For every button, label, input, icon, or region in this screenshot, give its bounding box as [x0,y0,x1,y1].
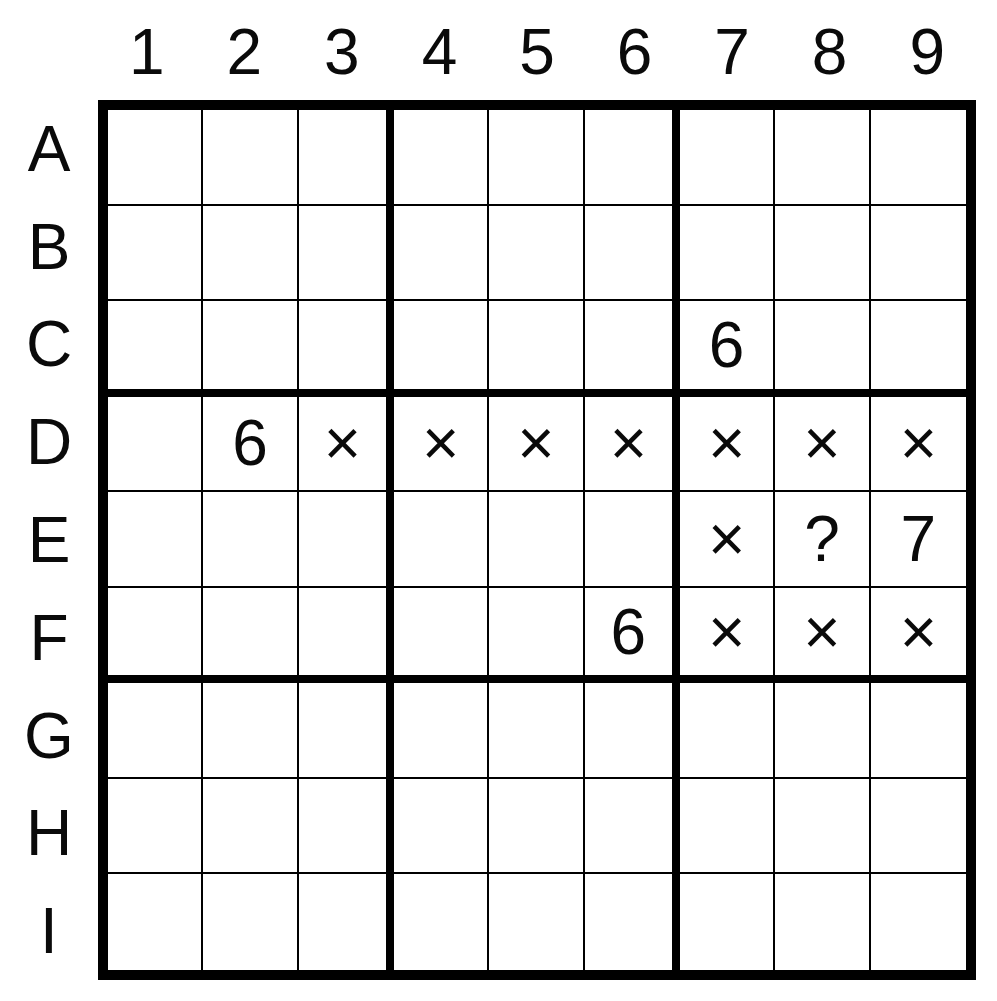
row-labels: ABCDEFGHI [0,100,98,980]
row-label-C: C [0,296,98,394]
cell-E7[interactable]: × [680,492,775,588]
cell-B3[interactable] [299,206,394,302]
col-label-1: 1 [98,0,196,100]
col-label-6: 6 [586,0,684,100]
cell-E4[interactable] [394,492,489,588]
cell-I6[interactable] [585,874,680,970]
cell-G5[interactable] [489,683,584,779]
cell-F7[interactable]: × [680,588,775,684]
cell-H2[interactable] [203,779,298,875]
cell-A4[interactable] [394,110,489,206]
cell-I5[interactable] [489,874,584,970]
cell-E2[interactable] [203,492,298,588]
cell-H5[interactable] [489,779,584,875]
cell-B4[interactable] [394,206,489,302]
cell-G1[interactable] [108,683,203,779]
col-label-8: 8 [781,0,879,100]
col-label-9: 9 [878,0,976,100]
sudoku-diagram: { "game": "sudoku", "description": "9x9 … [0,0,997,1001]
cell-C3[interactable] [299,301,394,397]
cell-H7[interactable] [680,779,775,875]
cell-B7[interactable] [680,206,775,302]
cell-C6[interactable] [585,301,680,397]
row-label-D: D [0,393,98,491]
col-label-3: 3 [293,0,391,100]
cell-A5[interactable] [489,110,584,206]
cell-D1[interactable] [108,397,203,493]
cell-C8[interactable] [775,301,870,397]
cell-H8[interactable] [775,779,870,875]
cell-F1[interactable] [108,588,203,684]
row-label-E: E [0,491,98,589]
cell-B1[interactable] [108,206,203,302]
row-label-F: F [0,589,98,687]
row-label-A: A [0,100,98,198]
cell-F9[interactable]: × [871,588,966,684]
col-label-5: 5 [488,0,586,100]
cell-F4[interactable] [394,588,489,684]
cell-I2[interactable] [203,874,298,970]
row-label-G: G [0,687,98,785]
cell-B5[interactable] [489,206,584,302]
cell-D6[interactable]: × [585,397,680,493]
cell-B6[interactable] [585,206,680,302]
cell-C5[interactable] [489,301,584,397]
cell-D9[interactable]: × [871,397,966,493]
cell-E8[interactable]: ? [775,492,870,588]
cell-D3[interactable]: × [299,397,394,493]
cell-B8[interactable] [775,206,870,302]
cell-F2[interactable] [203,588,298,684]
cell-G4[interactable] [394,683,489,779]
cell-I9[interactable] [871,874,966,970]
row-label-I: I [0,882,98,980]
cell-A6[interactable] [585,110,680,206]
board: 66××××××××?76××× [98,100,976,980]
cell-D7[interactable]: × [680,397,775,493]
cell-G3[interactable] [299,683,394,779]
cell-H3[interactable] [299,779,394,875]
cell-F3[interactable] [299,588,394,684]
cell-I8[interactable] [775,874,870,970]
col-label-2: 2 [196,0,294,100]
cell-B9[interactable] [871,206,966,302]
cell-C7[interactable]: 6 [680,301,775,397]
cell-A9[interactable] [871,110,966,206]
cell-A7[interactable] [680,110,775,206]
cell-D5[interactable]: × [489,397,584,493]
cell-G2[interactable] [203,683,298,779]
cell-C4[interactable] [394,301,489,397]
cell-C2[interactable] [203,301,298,397]
cell-C1[interactable] [108,301,203,397]
cell-A8[interactable] [775,110,870,206]
cell-D8[interactable]: × [775,397,870,493]
cell-E1[interactable] [108,492,203,588]
cell-H1[interactable] [108,779,203,875]
cell-E3[interactable] [299,492,394,588]
cell-C9[interactable] [871,301,966,397]
cell-B2[interactable] [203,206,298,302]
cell-H9[interactable] [871,779,966,875]
column-labels: 123456789 [98,0,976,100]
cell-H6[interactable] [585,779,680,875]
cell-G7[interactable] [680,683,775,779]
row-label-B: B [0,198,98,296]
cell-F6[interactable]: 6 [585,588,680,684]
row-label-H: H [0,784,98,882]
cell-F5[interactable] [489,588,584,684]
cell-E6[interactable] [585,492,680,588]
cell-F8[interactable]: × [775,588,870,684]
cell-A3[interactable] [299,110,394,206]
cell-G8[interactable] [775,683,870,779]
cell-D2[interactable]: 6 [203,397,298,493]
cell-G6[interactable] [585,683,680,779]
cell-D4[interactable]: × [394,397,489,493]
cell-I4[interactable] [394,874,489,970]
cell-I1[interactable] [108,874,203,970]
col-label-7: 7 [683,0,781,100]
cell-G9[interactable] [871,683,966,779]
cell-E5[interactable] [489,492,584,588]
cell-H4[interactable] [394,779,489,875]
col-label-4: 4 [391,0,489,100]
cell-E9[interactable]: 7 [871,492,966,588]
cell-I7[interactable] [680,874,775,970]
cell-A1[interactable] [108,110,203,206]
cell-I3[interactable] [299,874,394,970]
cell-A2[interactable] [203,110,298,206]
